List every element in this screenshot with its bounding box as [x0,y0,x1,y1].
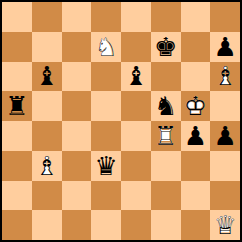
piece-outline: ♗ [210,62,240,92]
square-c6[interactable] [62,62,92,92]
piece-black-pawn[interactable]: ♟ [181,121,211,151]
square-g3[interactable] [181,151,211,181]
square-h1[interactable]: ♛♕ [210,210,240,240]
square-f7[interactable]: ♚ [151,32,181,62]
square-g2[interactable] [181,181,211,211]
square-h7[interactable]: ♟ [210,32,240,62]
square-a3[interactable] [2,151,32,181]
piece-white-rook[interactable]: ♜♖ [151,121,181,151]
square-a8[interactable] [2,2,32,32]
square-b5[interactable] [32,91,62,121]
piece-white-queen[interactable]: ♛♕ [210,210,240,240]
square-e1[interactable] [121,210,151,240]
square-g6[interactable] [181,62,211,92]
piece-white-king[interactable]: ♚♔ [181,91,211,121]
square-f1[interactable] [151,210,181,240]
square-h2[interactable] [210,181,240,211]
square-d5[interactable] [91,91,121,121]
square-b3[interactable]: ♝♗ [32,151,62,181]
square-e6[interactable]: ♝ [121,62,151,92]
square-c5[interactable] [62,91,92,121]
square-h4[interactable]: ♟ [210,121,240,151]
square-b7[interactable] [32,32,62,62]
square-e4[interactable] [121,121,151,151]
square-f5[interactable]: ♞ [151,91,181,121]
square-b8[interactable] [32,2,62,32]
square-f3[interactable] [151,151,181,181]
square-c8[interactable] [62,2,92,32]
piece-white-knight[interactable]: ♞♘ [91,32,121,62]
square-d1[interactable] [91,210,121,240]
piece-black-bishop[interactable]: ♝ [32,62,62,92]
square-d2[interactable] [91,181,121,211]
piece-outline: ♗ [32,151,62,181]
square-b2[interactable] [32,181,62,211]
square-c1[interactable] [62,210,92,240]
square-g8[interactable] [181,2,211,32]
piece-outline: ♔ [181,91,211,121]
square-a6[interactable] [2,62,32,92]
square-a2[interactable] [2,181,32,211]
square-d4[interactable] [91,121,121,151]
square-e5[interactable] [121,91,151,121]
piece-black-queen[interactable]: ♛ [91,151,121,181]
square-f4[interactable]: ♜♖ [151,121,181,151]
piece-outline: ♕ [210,210,240,240]
square-e3[interactable] [121,151,151,181]
piece-black-pawn[interactable]: ♟ [210,32,240,62]
square-h6[interactable]: ♝♗ [210,62,240,92]
piece-outline: ♘ [91,32,121,62]
piece-black-knight[interactable]: ♞ [151,91,181,121]
square-g7[interactable] [181,32,211,62]
piece-outline: ♖ [151,121,181,151]
piece-white-bishop[interactable]: ♝♗ [32,151,62,181]
square-c7[interactable] [62,32,92,62]
square-g5[interactable]: ♚♔ [181,91,211,121]
square-a4[interactable] [2,121,32,151]
square-b6[interactable]: ♝ [32,62,62,92]
square-h8[interactable] [210,2,240,32]
square-c2[interactable] [62,181,92,211]
square-h3[interactable] [210,151,240,181]
square-e2[interactable] [121,181,151,211]
square-e7[interactable] [121,32,151,62]
square-f8[interactable] [151,2,181,32]
square-e8[interactable] [121,2,151,32]
square-a5[interactable]: ♜ [2,91,32,121]
square-c3[interactable] [62,151,92,181]
square-d3[interactable]: ♛ [91,151,121,181]
square-f2[interactable] [151,181,181,211]
square-d6[interactable] [91,62,121,92]
square-b4[interactable] [32,121,62,151]
piece-white-bishop[interactable]: ♝♗ [210,62,240,92]
square-a1[interactable] [2,210,32,240]
square-d8[interactable] [91,2,121,32]
chess-board: ♞♘♚♟♝♝♝♗♜♞♚♔♜♖♟♟♝♗♛♛♕ [0,0,242,242]
piece-black-king[interactable]: ♚ [151,32,181,62]
square-d7[interactable]: ♞♘ [91,32,121,62]
square-f6[interactable] [151,62,181,92]
square-h5[interactable] [210,91,240,121]
square-g4[interactable]: ♟ [181,121,211,151]
square-a7[interactable] [2,32,32,62]
square-g1[interactable] [181,210,211,240]
piece-black-pawn[interactable]: ♟ [210,121,240,151]
square-b1[interactable] [32,210,62,240]
piece-black-bishop[interactable]: ♝ [121,62,151,92]
piece-black-rook[interactable]: ♜ [2,91,32,121]
square-c4[interactable] [62,121,92,151]
